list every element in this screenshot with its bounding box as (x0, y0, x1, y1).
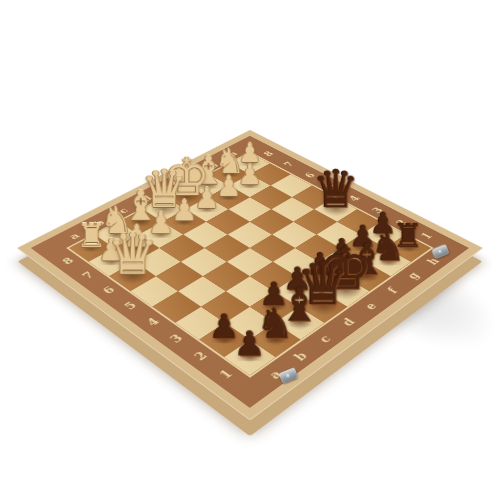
product-photo-scene: aabbccddeeffgghh8877665544332211 ♟♞♝♟♚♟♛… (0, 0, 500, 500)
light-queen-glyph: ♛ (107, 226, 158, 283)
light-pawn-glyph: ♟ (216, 173, 241, 201)
light-pawn-glyph: ♟ (172, 196, 198, 225)
light-pawn-glyph: ♟ (194, 184, 220, 212)
chess-board: aabbccddeeffgghh8877665544332211 ♟♞♝♟♚♟♛… (17, 130, 484, 421)
pieces-layer: ♟♞♝♟♚♟♛♟♛♝♟♞♟♟♜♟♟♜♟♟♞♛♟♝♟♚♟♛♝♟♞♟ (69, 153, 431, 376)
board-top-face: aabbccddeeffgghh8877665544332211 ♟♞♝♟♚♟♛… (17, 130, 484, 421)
dark-pawn-glyph: ♟ (235, 327, 266, 361)
